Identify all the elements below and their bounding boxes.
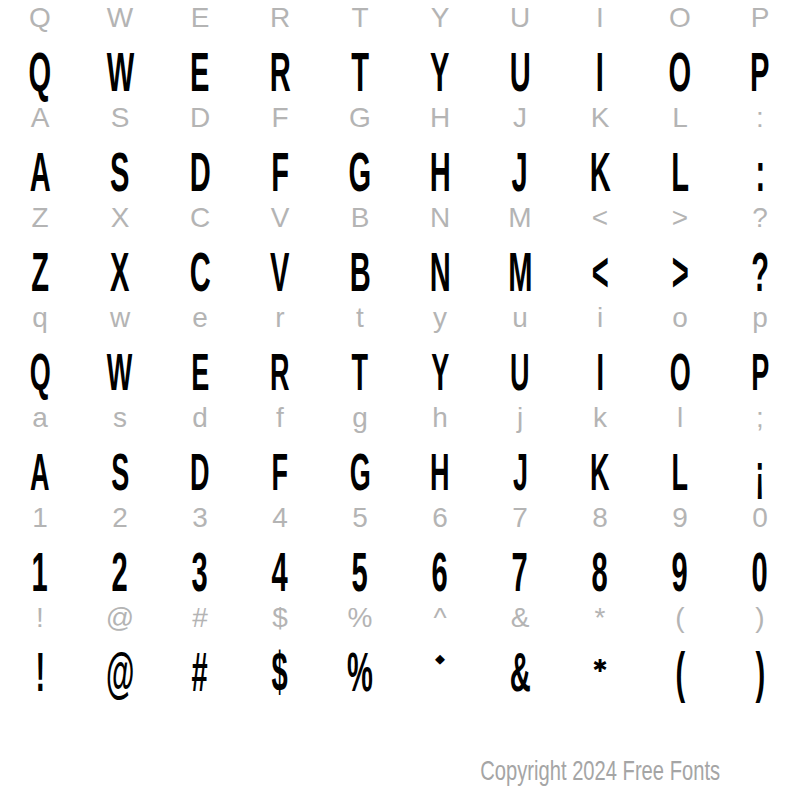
font-glyph: ( [675,644,685,700]
key-label: M [480,200,560,236]
font-glyph-cell: 4 [240,536,320,600]
font-glyph-cell: L [640,436,720,500]
font-glyph: H [429,144,450,200]
key-label: Z [0,200,80,236]
font-glyph: R [270,346,290,398]
font-glyph-cell: Y [400,36,480,100]
font-glyph: T [352,346,369,398]
font-glyph: Q [29,346,50,398]
key-label: V [240,200,320,236]
font-glyph: U [509,44,530,100]
font-glyph: O [669,44,692,100]
font-glyph: & [509,644,530,700]
font-glyph-cell: # [160,636,240,700]
key-label: r [240,300,320,336]
font-glyph: L [671,144,689,200]
font-glyph-cell: K [560,136,640,200]
font-glyph-cell: W [80,36,160,100]
font-glyph: J [512,446,527,498]
font-glyph: K [589,144,610,200]
font-glyph-cell: P [720,336,800,400]
key-label: P [720,0,800,36]
key-label: C [160,200,240,236]
key-label: 4 [240,500,320,536]
font-glyph-cell: S [80,436,160,500]
font-glyph: P [751,346,769,398]
font-glyph-cell: U [480,36,560,100]
key-label: : [720,100,800,136]
font-glyph: $ [272,644,288,700]
font-glyph: S [111,446,129,498]
font-glyph-cell: 9 [640,536,720,600]
font-glyph: 9 [672,544,688,600]
font-glyph: K [590,446,610,498]
font-glyph: > [671,244,688,300]
font-glyph-cell: I [560,36,640,100]
font-glyph: A [29,144,50,200]
font-glyph-cell: 7 [480,536,560,600]
key-label-row-5: 1234567890 [0,500,800,536]
font-glyph: D [189,144,210,200]
font-glyph-cell: 5 [320,536,400,600]
font-glyph-cell: & [480,636,560,700]
key-label: 3 [160,500,240,536]
key-label: E [160,0,240,36]
font-glyph-cell: % [320,636,400,700]
key-label: 7 [480,500,560,536]
key-label: > [640,200,720,236]
font-glyph-cell: 1 [0,536,80,600]
font-glyph-cell: C [160,236,240,300]
font-glyph-cell: < [560,236,640,300]
key-label: # [160,600,240,636]
key-label: 6 [400,500,480,536]
font-glyph: 6 [432,544,448,600]
font-glyph-cell: 3 [160,536,240,600]
font-glyph: F [272,446,289,498]
font-glyph-cell: S [80,136,160,200]
font-glyph-row-1: ASDFGHJKL: [0,136,800,200]
specimen-section-1: ASDFGHJKL:ASDFGHJKL: [0,100,800,200]
font-glyph: 8 [592,544,608,600]
font-glyph-cell: J [480,436,560,500]
font-glyph-cell: D [160,136,240,200]
font-glyph-cell: Q [0,336,80,400]
key-label: O [640,0,720,36]
font-glyph: C [189,244,210,300]
font-glyph: < [591,244,608,300]
key-label: Y [400,0,480,36]
font-glyph-cell: T [320,336,400,400]
font-glyph-cell: H [400,136,480,200]
font-glyph: I [596,346,604,398]
key-label: q [0,300,80,336]
font-glyph-row-0: QWERTYUIOP [0,36,800,100]
font-glyph-cell: 8 [560,536,640,600]
key-label-row-2: ZXCVBNM<>? [0,200,800,236]
key-label: y [400,300,480,336]
font-glyph-cell: 6 [400,536,480,600]
font-glyph-cell: O [640,336,720,400]
font-glyph: X [110,244,129,300]
key-label: F [240,100,320,136]
font-glyph: 4 [272,544,288,600]
font-glyph: W [106,44,133,100]
key-label: R [240,0,320,36]
font-glyph-cell: T [320,36,400,100]
key-label: I [560,0,640,36]
font-glyph: ) [755,644,765,700]
key-label: 8 [560,500,640,536]
font-glyph-cell: ( [640,636,720,700]
font-glyph-cell: G [320,436,400,500]
key-label: W [80,0,160,36]
font-glyph: E [191,346,209,398]
key-label-row-1: ASDFGHJKL: [0,100,800,136]
key-label: A [0,100,80,136]
key-label: h [400,400,480,436]
font-glyph-cell: F [240,136,320,200]
specimen-section-6: !@#$%^&*()!@#$%◆&✱() [0,600,800,700]
specimen-section-0: QWERTYUIOPQWERTYUIOP [0,0,800,100]
key-label: ) [720,600,800,636]
font-glyph: ✱ [592,657,607,675]
font-glyph: Y [430,44,449,100]
key-label: ^ [400,600,480,636]
key-label: $ [240,600,320,636]
key-label: 5 [320,500,400,536]
font-glyph: L [672,446,689,498]
key-label: 9 [640,500,720,536]
font-glyph-cell: E [160,336,240,400]
font-glyph-cell: ¡ [720,436,800,500]
font-glyph: Q [29,44,52,100]
font-glyph: S [110,144,129,200]
font-glyph-cell: @ [80,636,160,700]
font-glyph-cell: A [0,136,80,200]
font-glyph: ¡ [755,446,764,498]
copyright-text: Copyright 2024 Free Fonts [480,757,720,785]
font-glyph: @ [106,644,134,700]
font-glyph: W [107,346,133,398]
key-label: j [480,400,560,436]
font-glyph: O [669,346,690,398]
key-label: t [320,300,400,336]
font-glyph-cell: R [240,336,320,400]
font-glyph-cell: P [720,36,800,100]
key-label: 2 [80,500,160,536]
font-glyph-row-3: QWERTYUIOP [0,336,800,400]
key-label-row-0: QWERTYUIOP [0,0,800,36]
font-glyph-row-5: 1234567890 [0,536,800,600]
font-glyph: Y [431,346,449,398]
font-glyph: H [430,446,450,498]
key-label-row-6: !@#$%^&*() [0,600,800,636]
font-glyph: T [351,44,369,100]
font-glyph-cell: V [240,236,320,300]
font-glyph: Z [31,244,49,300]
font-glyph: E [190,44,209,100]
key-label: p [720,300,800,336]
font-glyph: R [269,44,290,100]
font-glyph: V [270,244,289,300]
font-glyph-cell: X [80,236,160,300]
font-glyph-cell: I [560,336,640,400]
key-label: u [480,300,560,336]
font-glyph-cell: ! [0,636,80,700]
key-label: H [400,100,480,136]
font-glyph-cell: $ [240,636,320,700]
font-glyph: 0 [752,544,768,600]
font-glyph: ? [751,244,769,300]
font-glyph-cell: 2 [80,536,160,600]
font-glyph-cell: Z [0,236,80,300]
font-glyph: I [596,44,604,100]
key-label: g [320,400,400,436]
key-label: X [80,200,160,236]
specimen-section-4: asdfghjkl;ASDFGHJKL¡ [0,400,800,500]
key-label: T [320,0,400,36]
font-glyph: D [190,446,210,498]
font-glyph: N [429,244,450,300]
key-label: 0 [720,500,800,536]
font-glyph: % [347,644,373,700]
font-glyph-cell: ) [720,636,800,700]
key-label: i [560,300,640,336]
font-glyph: F [271,144,289,200]
font-glyph: M [508,244,532,300]
font-glyph: B [349,244,370,300]
specimen-section-5: 12345678901234567890 [0,500,800,600]
font-glyph: : [755,144,765,200]
font-glyph: G [349,144,372,200]
key-label: o [640,300,720,336]
font-glyph-cell: H [400,436,480,500]
key-label: l [640,400,720,436]
font-glyph: 1 [32,544,48,600]
key-label: S [80,100,160,136]
font-glyph: J [512,144,528,200]
font-glyph-cell: Q [0,36,80,100]
font-glyph: U [510,346,530,398]
key-label: G [320,100,400,136]
specimen-section-2: ZXCVBNM<>?ZXCVBNM<>? [0,200,800,300]
font-glyph-cell: > [640,236,720,300]
key-label: U [480,0,560,36]
font-glyph: 2 [112,544,128,600]
key-label: k [560,400,640,436]
font-glyph-cell: W [80,336,160,400]
font-glyph-cell: Y [400,336,480,400]
key-label: d [160,400,240,436]
key-label-row-4: asdfghjkl; [0,400,800,436]
key-label: ? [720,200,800,236]
key-label: % [320,600,400,636]
key-label-row-3: qwertyuiop [0,300,800,336]
key-label: Q [0,0,80,36]
key-label: @ [80,600,160,636]
font-glyph: P [750,44,769,100]
font-glyph-cell: D [160,436,240,500]
key-label: ; [720,400,800,436]
key-label: B [320,200,400,236]
key-label: w [80,300,160,336]
key-label: a [0,400,80,436]
font-glyph: 5 [352,544,368,600]
key-label: J [480,100,560,136]
font-glyph-cell: ? [720,236,800,300]
font-glyph: G [349,446,370,498]
font-glyph-cell: O [640,36,720,100]
key-label: * [560,600,640,636]
key-label: D [160,100,240,136]
key-label: ! [0,600,80,636]
font-glyph-row-4: ASDFGHJKL¡ [0,436,800,500]
font-glyph-cell: B [320,236,400,300]
font-glyph-cell: E [160,36,240,100]
font-glyph-cell: J [480,136,560,200]
font-glyph: ◆ [435,652,445,665]
specimen-sheet: QWERTYUIOPQWERTYUIOPASDFGHJKL:ASDFGHJKL:… [0,0,800,800]
font-glyph-cell: A [0,436,80,500]
character-rows: QWERTYUIOPQWERTYUIOPASDFGHJKL:ASDFGHJKL:… [0,0,800,700]
font-glyph-cell: 0 [720,536,800,600]
font-glyph-cell: R [240,36,320,100]
font-glyph: # [192,644,208,700]
font-glyph: A [30,446,50,498]
key-label: f [240,400,320,436]
font-glyph-cell: F [240,436,320,500]
font-glyph-cell: L [640,136,720,200]
font-glyph-cell: ✱ [560,636,640,700]
font-glyph-cell: M [480,236,560,300]
key-label: e [160,300,240,336]
font-glyph-row-2: ZXCVBNM<>? [0,236,800,300]
font-glyph-cell: G [320,136,400,200]
key-label: N [400,200,480,236]
font-glyph: 7 [512,544,528,600]
font-glyph-cell: N [400,236,480,300]
specimen-section-3: qwertyuiopQWERTYUIOP [0,300,800,400]
key-label: < [560,200,640,236]
key-label: s [80,400,160,436]
key-label: K [560,100,640,136]
font-glyph-cell: : [720,136,800,200]
key-label: 1 [0,500,80,536]
font-glyph-row-6: !@#$%◆&✱() [0,636,800,700]
key-label: ( [640,600,720,636]
font-glyph-cell: K [560,436,640,500]
font-glyph: ! [35,644,45,700]
font-glyph-cell: U [480,336,560,400]
key-label: L [640,100,720,136]
font-glyph: 3 [192,544,208,600]
font-glyph-cell: ◆ [400,636,480,700]
key-label: & [480,600,560,636]
